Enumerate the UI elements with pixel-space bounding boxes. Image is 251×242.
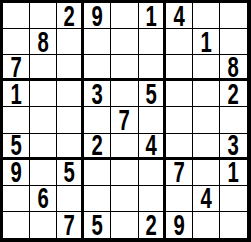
cell-digit: 1 bbox=[200, 29, 211, 55]
cell-r9c8[interactable] bbox=[193, 212, 220, 238]
cell-r8c4[interactable] bbox=[84, 186, 111, 212]
cell-r4c4[interactable]: 3 bbox=[84, 81, 111, 107]
cell-r6c4[interactable]: 2 bbox=[84, 134, 111, 160]
cell-digit: 5 bbox=[92, 212, 103, 238]
cell-r8c5[interactable] bbox=[111, 186, 138, 212]
cell-digit: 1 bbox=[228, 160, 239, 186]
cell-digit: 2 bbox=[145, 212, 156, 238]
cell-digit: 3 bbox=[92, 81, 103, 107]
cell-digit: 7 bbox=[64, 212, 75, 238]
cell-r8c7[interactable] bbox=[166, 186, 193, 212]
cell-r3c4[interactable] bbox=[84, 55, 111, 81]
cell-digit: 1 bbox=[145, 3, 156, 29]
cell-r9c3[interactable]: 7 bbox=[57, 212, 84, 238]
cell-digit: 9 bbox=[92, 3, 103, 29]
cell-r8c1[interactable] bbox=[3, 186, 30, 212]
cell-r6c1[interactable]: 5 bbox=[3, 134, 30, 160]
cell-r5c9[interactable] bbox=[220, 107, 247, 133]
cell-digit: 3 bbox=[228, 134, 239, 160]
cell-r6c6[interactable]: 4 bbox=[139, 134, 166, 160]
cell-r6c7[interactable] bbox=[166, 134, 193, 160]
cell-digit: 5 bbox=[10, 134, 21, 160]
cell-r3c2[interactable] bbox=[30, 55, 57, 81]
cell-digit: 2 bbox=[64, 3, 75, 29]
cell-digit: 1 bbox=[10, 81, 21, 107]
cell-digit: 5 bbox=[64, 160, 75, 186]
cell-r2c6[interactable] bbox=[139, 29, 166, 55]
cell-r8c8[interactable]: 4 bbox=[193, 186, 220, 212]
cell-r1c6[interactable]: 1 bbox=[139, 3, 166, 29]
cell-r2c8[interactable]: 1 bbox=[193, 29, 220, 55]
cell-r1c2[interactable] bbox=[30, 3, 57, 29]
cell-r9c1[interactable] bbox=[3, 212, 30, 238]
cell-digit: 5 bbox=[145, 81, 156, 107]
cell-r1c9[interactable] bbox=[220, 3, 247, 29]
cell-r6c8[interactable] bbox=[193, 134, 220, 160]
cell-r1c3[interactable]: 2 bbox=[57, 3, 84, 29]
cell-r7c3[interactable]: 5 bbox=[57, 160, 84, 186]
cell-r8c6[interactable] bbox=[139, 186, 166, 212]
cell-r9c5[interactable] bbox=[111, 212, 138, 238]
cell-r4c7[interactable] bbox=[166, 81, 193, 107]
cell-digit: 9 bbox=[10, 160, 21, 186]
cell-r2c1[interactable] bbox=[3, 29, 30, 55]
cell-r9c7[interactable]: 9 bbox=[166, 212, 193, 238]
cell-r5c5[interactable]: 7 bbox=[111, 107, 138, 133]
cell-r7c7[interactable]: 7 bbox=[166, 160, 193, 186]
cell-r7c2[interactable] bbox=[30, 160, 57, 186]
cell-r1c1[interactable] bbox=[3, 3, 30, 29]
cell-r3c7[interactable] bbox=[166, 55, 193, 81]
cell-r5c7[interactable] bbox=[166, 107, 193, 133]
cell-r4c2[interactable] bbox=[30, 81, 57, 107]
cell-r4c1[interactable]: 1 bbox=[3, 81, 30, 107]
cell-r6c2[interactable] bbox=[30, 134, 57, 160]
cell-r2c5[interactable] bbox=[111, 29, 138, 55]
cell-digit: 4 bbox=[200, 186, 211, 212]
cell-r5c1[interactable] bbox=[3, 107, 30, 133]
cell-r8c3[interactable] bbox=[57, 186, 84, 212]
cell-r4c8[interactable] bbox=[193, 81, 220, 107]
cell-r4c3[interactable] bbox=[57, 81, 84, 107]
cell-r9c9[interactable] bbox=[220, 212, 247, 238]
cell-r4c9[interactable]: 2 bbox=[220, 81, 247, 107]
cell-digit: 4 bbox=[145, 134, 156, 160]
cell-digit: 8 bbox=[228, 55, 239, 81]
cell-r6c5[interactable] bbox=[111, 134, 138, 160]
cell-r1c7[interactable]: 4 bbox=[166, 3, 193, 29]
cell-r9c4[interactable]: 5 bbox=[84, 212, 111, 238]
cell-r7c5[interactable] bbox=[111, 160, 138, 186]
cell-digit: 4 bbox=[173, 3, 184, 29]
cell-r9c6[interactable]: 2 bbox=[139, 212, 166, 238]
cell-r5c2[interactable] bbox=[30, 107, 57, 133]
cell-r9c2[interactable] bbox=[30, 212, 57, 238]
cell-r5c4[interactable] bbox=[84, 107, 111, 133]
cell-r7c9[interactable]: 1 bbox=[220, 160, 247, 186]
cell-r7c1[interactable]: 9 bbox=[3, 160, 30, 186]
cell-r4c6[interactable]: 5 bbox=[139, 81, 166, 107]
cell-r2c7[interactable] bbox=[166, 29, 193, 55]
cell-r3c9[interactable]: 8 bbox=[220, 55, 247, 81]
cell-r4c5[interactable] bbox=[111, 81, 138, 107]
cell-r5c8[interactable] bbox=[193, 107, 220, 133]
cell-digit: 8 bbox=[38, 29, 49, 55]
cell-digit: 2 bbox=[92, 134, 103, 160]
cell-digit: 7 bbox=[119, 107, 130, 133]
cell-r1c5[interactable] bbox=[111, 3, 138, 29]
cell-digit: 9 bbox=[173, 212, 184, 238]
cell-r6c3[interactable] bbox=[57, 134, 84, 160]
cell-r1c4[interactable]: 9 bbox=[84, 3, 111, 29]
cell-digit: 6 bbox=[38, 186, 49, 212]
cell-r8c2[interactable]: 6 bbox=[30, 186, 57, 212]
cell-r1c8[interactable] bbox=[193, 3, 220, 29]
cell-r2c3[interactable] bbox=[57, 29, 84, 55]
cell-r3c3[interactable] bbox=[57, 55, 84, 81]
cell-r3c6[interactable] bbox=[139, 55, 166, 81]
cell-r2c4[interactable] bbox=[84, 29, 111, 55]
cell-r7c6[interactable] bbox=[139, 160, 166, 186]
cell-r3c5[interactable] bbox=[111, 55, 138, 81]
cell-r2c2[interactable]: 8 bbox=[30, 29, 57, 55]
cell-r5c6[interactable] bbox=[139, 107, 166, 133]
cell-digit: 7 bbox=[173, 160, 184, 186]
cell-digit: 7 bbox=[10, 55, 21, 81]
sudoku-board: 291481781352752439571647529 bbox=[0, 0, 251, 242]
cell-r3c8[interactable] bbox=[193, 55, 220, 81]
cell-r8c9[interactable] bbox=[220, 186, 247, 212]
cell-r6c9[interactable]: 3 bbox=[220, 134, 247, 160]
cell-r3c1[interactable]: 7 bbox=[3, 55, 30, 81]
cell-r5c3[interactable] bbox=[57, 107, 84, 133]
cell-digit: 2 bbox=[228, 81, 239, 107]
cell-r2c9[interactable] bbox=[220, 29, 247, 55]
cell-r7c8[interactable] bbox=[193, 160, 220, 186]
cell-r7c4[interactable] bbox=[84, 160, 111, 186]
